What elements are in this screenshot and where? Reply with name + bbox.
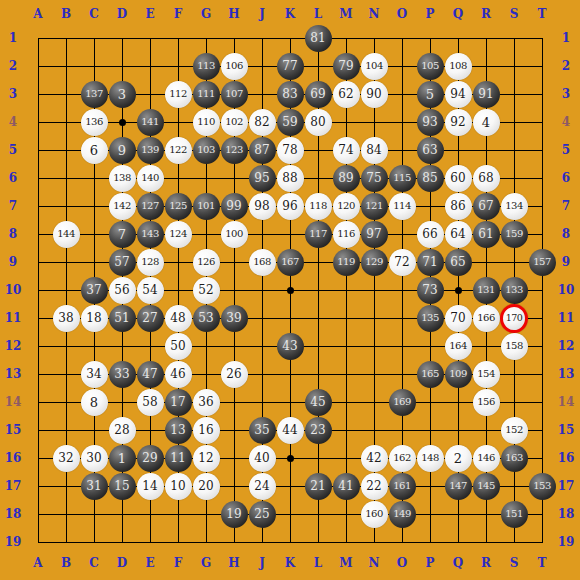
intersection-E5[interactable]: 139 xyxy=(136,136,164,164)
intersection-D10[interactable]: 56 xyxy=(108,276,136,304)
intersection-K9[interactable]: 167 xyxy=(276,248,304,276)
intersection-D16[interactable]: 1 xyxy=(108,444,136,472)
black-stone-H3[interactable]: 107 xyxy=(221,81,248,108)
white-stone-F5[interactable]: 122 xyxy=(165,137,192,164)
intersection-G15[interactable]: 16 xyxy=(192,416,220,444)
intersection-J15[interactable]: 35 xyxy=(248,416,276,444)
intersection-N8[interactable]: 97 xyxy=(360,220,388,248)
black-stone-P5[interactable]: 63 xyxy=(417,137,444,164)
intersection-K5[interactable]: 78 xyxy=(276,136,304,164)
intersection-E8[interactable]: 143 xyxy=(136,220,164,248)
white-stone-J9[interactable]: 168 xyxy=(249,249,276,276)
white-stone-N16[interactable]: 42 xyxy=(361,445,388,472)
black-stone-P2[interactable]: 105 xyxy=(417,53,444,80)
black-stone-D11[interactable]: 51 xyxy=(109,305,136,332)
intersection-J7[interactable]: 98 xyxy=(248,192,276,220)
intersection-O6[interactable]: 115 xyxy=(388,164,416,192)
white-stone-E9[interactable]: 128 xyxy=(137,249,164,276)
intersection-L17[interactable]: 21 xyxy=(304,472,332,500)
intersection-D6[interactable]: 138 xyxy=(108,164,136,192)
intersection-C3[interactable]: 137 xyxy=(80,80,108,108)
white-stone-S7[interactable]: 134 xyxy=(501,193,528,220)
white-stone-J7[interactable]: 98 xyxy=(249,193,276,220)
intersection-S18[interactable]: 151 xyxy=(500,500,528,528)
intersection-D9[interactable]: 57 xyxy=(108,248,136,276)
intersection-H3[interactable]: 107 xyxy=(220,80,248,108)
intersection-H5[interactable]: 123 xyxy=(220,136,248,164)
black-stone-P11[interactable]: 135 xyxy=(417,305,444,332)
intersection-E9[interactable]: 128 xyxy=(136,248,164,276)
intersection-G2[interactable]: 113 xyxy=(192,52,220,80)
intersection-Q3[interactable]: 94 xyxy=(444,80,472,108)
intersection-L3[interactable]: 69 xyxy=(304,80,332,108)
black-stone-G2[interactable]: 113 xyxy=(193,53,220,80)
white-stone-J17[interactable]: 24 xyxy=(249,473,276,500)
white-stone-C13[interactable]: 34 xyxy=(81,361,108,388)
intersection-Q6[interactable]: 60 xyxy=(444,164,472,192)
black-stone-K4[interactable]: 59 xyxy=(277,109,304,136)
intersection-C5[interactable]: 6 xyxy=(80,136,108,164)
intersection-Q2[interactable]: 108 xyxy=(444,52,472,80)
intersection-C11[interactable]: 18 xyxy=(80,304,108,332)
intersection-O14[interactable]: 169 xyxy=(388,388,416,416)
intersection-C14[interactable]: 8 xyxy=(80,388,108,416)
black-stone-F14[interactable]: 17 xyxy=(165,389,192,416)
white-stone-Q8[interactable]: 64 xyxy=(445,221,472,248)
intersection-S15[interactable]: 152 xyxy=(500,416,528,444)
white-stone-O9[interactable]: 72 xyxy=(389,249,416,276)
intersection-O7[interactable]: 114 xyxy=(388,192,416,220)
white-stone-K6[interactable]: 88 xyxy=(277,165,304,192)
intersection-P4[interactable]: 93 xyxy=(416,108,444,136)
intersection-N2[interactable]: 104 xyxy=(360,52,388,80)
intersection-G3[interactable]: 111 xyxy=(192,80,220,108)
intersection-F16[interactable]: 11 xyxy=(164,444,192,472)
white-stone-M8[interactable]: 116 xyxy=(333,221,360,248)
white-stone-L4[interactable]: 80 xyxy=(305,109,332,136)
black-stone-S8[interactable]: 159 xyxy=(501,221,528,248)
black-stone-C17[interactable]: 31 xyxy=(81,473,108,500)
black-stone-P13[interactable]: 165 xyxy=(417,361,444,388)
black-stone-D17[interactable]: 15 xyxy=(109,473,136,500)
black-stone-O14[interactable]: 169 xyxy=(389,389,416,416)
white-stone-S12[interactable]: 158 xyxy=(501,333,528,360)
white-stone-Q12[interactable]: 164 xyxy=(445,333,472,360)
white-stone-D15[interactable]: 28 xyxy=(109,417,136,444)
intersection-Q17[interactable]: 147 xyxy=(444,472,472,500)
black-stone-H18[interactable]: 19 xyxy=(221,501,248,528)
intersection-G5[interactable]: 103 xyxy=(192,136,220,164)
intersection-M3[interactable]: 62 xyxy=(332,80,360,108)
intersection-O18[interactable]: 149 xyxy=(388,500,416,528)
white-stone-Q16[interactable]: 2 xyxy=(445,445,472,472)
intersection-Q16[interactable]: 2 xyxy=(444,444,472,472)
white-stone-Q3[interactable]: 94 xyxy=(445,81,472,108)
white-stone-D7[interactable]: 142 xyxy=(109,193,136,220)
black-stone-P4[interactable]: 93 xyxy=(417,109,444,136)
intersection-K12[interactable]: 43 xyxy=(276,332,304,360)
black-stone-R8[interactable]: 61 xyxy=(473,221,500,248)
black-stone-M17[interactable]: 41 xyxy=(333,473,360,500)
white-stone-G4[interactable]: 110 xyxy=(193,109,220,136)
intersection-F7[interactable]: 125 xyxy=(164,192,192,220)
intersection-R10[interactable]: 131 xyxy=(472,276,500,304)
intersection-K4[interactable]: 59 xyxy=(276,108,304,136)
white-stone-H8[interactable]: 100 xyxy=(221,221,248,248)
intersection-B11[interactable]: 38 xyxy=(52,304,80,332)
black-stone-K12[interactable]: 43 xyxy=(277,333,304,360)
black-stone-N7[interactable]: 121 xyxy=(361,193,388,220)
intersection-N9[interactable]: 129 xyxy=(360,248,388,276)
intersection-M9[interactable]: 119 xyxy=(332,248,360,276)
black-stone-E13[interactable]: 47 xyxy=(137,361,164,388)
intersection-J6[interactable]: 95 xyxy=(248,164,276,192)
black-stone-J5[interactable]: 87 xyxy=(249,137,276,164)
white-stone-H4[interactable]: 102 xyxy=(221,109,248,136)
black-stone-E7[interactable]: 127 xyxy=(137,193,164,220)
black-stone-D5[interactable]: 9 xyxy=(109,137,136,164)
intersection-G11[interactable]: 53 xyxy=(192,304,220,332)
white-stone-H2[interactable]: 106 xyxy=(221,53,248,80)
white-stone-F11[interactable]: 48 xyxy=(165,305,192,332)
white-stone-G17[interactable]: 20 xyxy=(193,473,220,500)
intersection-J18[interactable]: 25 xyxy=(248,500,276,528)
intersection-N7[interactable]: 121 xyxy=(360,192,388,220)
intersection-E17[interactable]: 14 xyxy=(136,472,164,500)
intersection-Q8[interactable]: 64 xyxy=(444,220,472,248)
black-stone-G11[interactable]: 53 xyxy=(193,305,220,332)
black-stone-T9[interactable]: 157 xyxy=(529,249,556,276)
intersection-P5[interactable]: 63 xyxy=(416,136,444,164)
black-stone-R17[interactable]: 145 xyxy=(473,473,500,500)
white-stone-N2[interactable]: 104 xyxy=(361,53,388,80)
white-stone-O7[interactable]: 114 xyxy=(389,193,416,220)
intersection-K6[interactable]: 88 xyxy=(276,164,304,192)
black-stone-C10[interactable]: 37 xyxy=(81,277,108,304)
white-stone-J4[interactable]: 82 xyxy=(249,109,276,136)
intersection-H4[interactable]: 102 xyxy=(220,108,248,136)
intersection-F14[interactable]: 17 xyxy=(164,388,192,416)
intersection-C10[interactable]: 37 xyxy=(80,276,108,304)
intersection-R11[interactable]: 166 xyxy=(472,304,500,332)
white-stone-Q2[interactable]: 108 xyxy=(445,53,472,80)
intersection-R17[interactable]: 145 xyxy=(472,472,500,500)
intersection-D3[interactable]: 3 xyxy=(108,80,136,108)
black-stone-E11[interactable]: 27 xyxy=(137,305,164,332)
intersection-G9[interactable]: 126 xyxy=(192,248,220,276)
intersection-B16[interactable]: 32 xyxy=(52,444,80,472)
intersection-R13[interactable]: 154 xyxy=(472,360,500,388)
intersection-R8[interactable]: 61 xyxy=(472,220,500,248)
white-stone-M3[interactable]: 62 xyxy=(333,81,360,108)
intersection-H11[interactable]: 39 xyxy=(220,304,248,332)
white-stone-B8[interactable]: 144 xyxy=(53,221,80,248)
black-stone-D16[interactable]: 1 xyxy=(109,445,136,472)
intersection-M8[interactable]: 116 xyxy=(332,220,360,248)
white-stone-R16[interactable]: 146 xyxy=(473,445,500,472)
black-stone-L8[interactable]: 117 xyxy=(305,221,332,248)
black-stone-S16[interactable]: 163 xyxy=(501,445,528,472)
intersection-C13[interactable]: 34 xyxy=(80,360,108,388)
black-stone-C3[interactable]: 137 xyxy=(81,81,108,108)
intersection-M6[interactable]: 89 xyxy=(332,164,360,192)
intersection-F13[interactable]: 46 xyxy=(164,360,192,388)
white-stone-G15[interactable]: 16 xyxy=(193,417,220,444)
black-stone-D13[interactable]: 33 xyxy=(109,361,136,388)
white-stone-Q11[interactable]: 70 xyxy=(445,305,472,332)
white-stone-E14[interactable]: 58 xyxy=(137,389,164,416)
white-stone-M5[interactable]: 74 xyxy=(333,137,360,164)
intersection-H8[interactable]: 100 xyxy=(220,220,248,248)
white-stone-B16[interactable]: 32 xyxy=(53,445,80,472)
white-stone-R11[interactable]: 166 xyxy=(473,305,500,332)
black-stone-K9[interactable]: 167 xyxy=(277,249,304,276)
intersection-H13[interactable]: 26 xyxy=(220,360,248,388)
white-stone-F12[interactable]: 50 xyxy=(165,333,192,360)
black-stone-O18[interactable]: 149 xyxy=(389,501,416,528)
black-stone-R10[interactable]: 131 xyxy=(473,277,500,304)
go-board[interactable]: 8111310677791041051081373112111107836962… xyxy=(24,24,556,556)
intersection-R3[interactable]: 91 xyxy=(472,80,500,108)
intersection-L14[interactable]: 45 xyxy=(304,388,332,416)
black-stone-J15[interactable]: 35 xyxy=(249,417,276,444)
intersection-J16[interactable]: 40 xyxy=(248,444,276,472)
black-stone-D3[interactable]: 3 xyxy=(109,81,136,108)
black-stone-J6[interactable]: 95 xyxy=(249,165,276,192)
white-stone-M7[interactable]: 120 xyxy=(333,193,360,220)
intersection-P16[interactable]: 148 xyxy=(416,444,444,472)
intersection-S11[interactable]: 170 xyxy=(500,304,528,332)
white-stone-O16[interactable]: 162 xyxy=(389,445,416,472)
white-stone-D10[interactable]: 56 xyxy=(109,277,136,304)
intersection-R4[interactable]: 4 xyxy=(472,108,500,136)
intersection-Q7[interactable]: 86 xyxy=(444,192,472,220)
intersection-P13[interactable]: 165 xyxy=(416,360,444,388)
intersection-P3[interactable]: 5 xyxy=(416,80,444,108)
intersection-F17[interactable]: 10 xyxy=(164,472,192,500)
white-stone-R4[interactable]: 4 xyxy=(473,109,500,136)
intersection-P6[interactable]: 85 xyxy=(416,164,444,192)
white-stone-Q4[interactable]: 92 xyxy=(445,109,472,136)
intersection-Q9[interactable]: 65 xyxy=(444,248,472,276)
intersection-J9[interactable]: 168 xyxy=(248,248,276,276)
black-stone-N6[interactable]: 75 xyxy=(361,165,388,192)
white-stone-N5[interactable]: 84 xyxy=(361,137,388,164)
black-stone-F15[interactable]: 13 xyxy=(165,417,192,444)
white-stone-C4[interactable]: 136 xyxy=(81,109,108,136)
black-stone-H5[interactable]: 123 xyxy=(221,137,248,164)
black-stone-F16[interactable]: 11 xyxy=(165,445,192,472)
intersection-H7[interactable]: 99 xyxy=(220,192,248,220)
white-stone-B11[interactable]: 38 xyxy=(53,305,80,332)
intersection-E16[interactable]: 29 xyxy=(136,444,164,472)
black-stone-G5[interactable]: 103 xyxy=(193,137,220,164)
intersection-B8[interactable]: 144 xyxy=(52,220,80,248)
intersection-L4[interactable]: 80 xyxy=(304,108,332,136)
black-stone-S18[interactable]: 151 xyxy=(501,501,528,528)
intersection-R16[interactable]: 146 xyxy=(472,444,500,472)
intersection-G14[interactable]: 36 xyxy=(192,388,220,416)
black-stone-R7[interactable]: 67 xyxy=(473,193,500,220)
intersection-J4[interactable]: 82 xyxy=(248,108,276,136)
black-stone-L17[interactable]: 21 xyxy=(305,473,332,500)
white-stone-S15[interactable]: 152 xyxy=(501,417,528,444)
intersection-E11[interactable]: 27 xyxy=(136,304,164,332)
intersection-C16[interactable]: 30 xyxy=(80,444,108,472)
intersection-H2[interactable]: 106 xyxy=(220,52,248,80)
intersection-S10[interactable]: 133 xyxy=(500,276,528,304)
intersection-E4[interactable]: 141 xyxy=(136,108,164,136)
intersection-H18[interactable]: 19 xyxy=(220,500,248,528)
black-stone-H11[interactable]: 39 xyxy=(221,305,248,332)
black-stone-G7[interactable]: 101 xyxy=(193,193,220,220)
black-stone-M9[interactable]: 119 xyxy=(333,249,360,276)
intersection-Q13[interactable]: 109 xyxy=(444,360,472,388)
black-stone-P9[interactable]: 71 xyxy=(417,249,444,276)
black-stone-P6[interactable]: 85 xyxy=(417,165,444,192)
intersection-D13[interactable]: 33 xyxy=(108,360,136,388)
white-stone-F13[interactable]: 46 xyxy=(165,361,192,388)
white-stone-F3[interactable]: 112 xyxy=(165,81,192,108)
intersection-D17[interactable]: 15 xyxy=(108,472,136,500)
black-stone-P10[interactable]: 73 xyxy=(417,277,444,304)
intersection-G7[interactable]: 101 xyxy=(192,192,220,220)
white-stone-J16[interactable]: 40 xyxy=(249,445,276,472)
intersection-N18[interactable]: 160 xyxy=(360,500,388,528)
intersection-N17[interactable]: 22 xyxy=(360,472,388,500)
black-stone-L1[interactable]: 81 xyxy=(305,25,332,52)
white-stone-P8[interactable]: 66 xyxy=(417,221,444,248)
white-stone-C5[interactable]: 6 xyxy=(81,137,108,164)
intersection-S8[interactable]: 159 xyxy=(500,220,528,248)
intersection-D7[interactable]: 142 xyxy=(108,192,136,220)
white-stone-E10[interactable]: 54 xyxy=(137,277,164,304)
intersection-E7[interactable]: 127 xyxy=(136,192,164,220)
intersection-P11[interactable]: 135 xyxy=(416,304,444,332)
black-stone-N8[interactable]: 97 xyxy=(361,221,388,248)
intersection-S7[interactable]: 134 xyxy=(500,192,528,220)
black-stone-L3[interactable]: 69 xyxy=(305,81,332,108)
white-stone-R14[interactable]: 156 xyxy=(473,389,500,416)
intersection-K7[interactable]: 96 xyxy=(276,192,304,220)
white-stone-C14[interactable]: 8 xyxy=(81,389,108,416)
intersection-L1[interactable]: 81 xyxy=(304,24,332,52)
white-stone-E17[interactable]: 14 xyxy=(137,473,164,500)
black-stone-R3[interactable]: 91 xyxy=(473,81,500,108)
intersection-L7[interactable]: 118 xyxy=(304,192,332,220)
black-stone-H7[interactable]: 99 xyxy=(221,193,248,220)
intersection-R14[interactable]: 156 xyxy=(472,388,500,416)
intersection-L8[interactable]: 117 xyxy=(304,220,332,248)
intersection-D15[interactable]: 28 xyxy=(108,416,136,444)
white-stone-G16[interactable]: 12 xyxy=(193,445,220,472)
intersection-D8[interactable]: 7 xyxy=(108,220,136,248)
black-stone-O6[interactable]: 115 xyxy=(389,165,416,192)
intersection-C4[interactable]: 136 xyxy=(80,108,108,136)
white-stone-G9[interactable]: 126 xyxy=(193,249,220,276)
white-stone-Q6[interactable]: 60 xyxy=(445,165,472,192)
intersection-M17[interactable]: 41 xyxy=(332,472,360,500)
intersection-O9[interactable]: 72 xyxy=(388,248,416,276)
intersection-D11[interactable]: 51 xyxy=(108,304,136,332)
intersection-N3[interactable]: 90 xyxy=(360,80,388,108)
white-stone-F17[interactable]: 10 xyxy=(165,473,192,500)
intersection-J17[interactable]: 24 xyxy=(248,472,276,500)
intersection-S12[interactable]: 158 xyxy=(500,332,528,360)
black-stone-Q9[interactable]: 65 xyxy=(445,249,472,276)
white-stone-K7[interactable]: 96 xyxy=(277,193,304,220)
black-stone-T17[interactable]: 153 xyxy=(529,473,556,500)
black-stone-Q17[interactable]: 147 xyxy=(445,473,472,500)
white-stone-L7[interactable]: 118 xyxy=(305,193,332,220)
intersection-S16[interactable]: 163 xyxy=(500,444,528,472)
intersection-M2[interactable]: 79 xyxy=(332,52,360,80)
intersection-E14[interactable]: 58 xyxy=(136,388,164,416)
intersection-T9[interactable]: 157 xyxy=(528,248,556,276)
black-stone-K2[interactable]: 77 xyxy=(277,53,304,80)
black-stone-S10[interactable]: 133 xyxy=(501,277,528,304)
intersection-P2[interactable]: 105 xyxy=(416,52,444,80)
black-stone-Q13[interactable]: 109 xyxy=(445,361,472,388)
intersection-F5[interactable]: 122 xyxy=(164,136,192,164)
black-stone-N9[interactable]: 129 xyxy=(361,249,388,276)
intersection-F3[interactable]: 112 xyxy=(164,80,192,108)
white-stone-N18[interactable]: 160 xyxy=(361,501,388,528)
intersection-G16[interactable]: 12 xyxy=(192,444,220,472)
intersection-G17[interactable]: 20 xyxy=(192,472,220,500)
white-stone-S11-last-move[interactable]: 170 xyxy=(500,304,528,333)
intersection-F12[interactable]: 50 xyxy=(164,332,192,360)
intersection-Q4[interactable]: 92 xyxy=(444,108,472,136)
black-stone-M2[interactable]: 79 xyxy=(333,53,360,80)
white-stone-G10[interactable]: 52 xyxy=(193,277,220,304)
black-stone-L15[interactable]: 23 xyxy=(305,417,332,444)
white-stone-R6[interactable]: 68 xyxy=(473,165,500,192)
white-stone-H13[interactable]: 26 xyxy=(221,361,248,388)
intersection-M7[interactable]: 120 xyxy=(332,192,360,220)
white-stone-N17[interactable]: 22 xyxy=(361,473,388,500)
intersection-N6[interactable]: 75 xyxy=(360,164,388,192)
intersection-R7[interactable]: 67 xyxy=(472,192,500,220)
white-stone-C16[interactable]: 30 xyxy=(81,445,108,472)
black-stone-F7[interactable]: 125 xyxy=(165,193,192,220)
white-stone-F8[interactable]: 124 xyxy=(165,221,192,248)
intersection-L15[interactable]: 23 xyxy=(304,416,332,444)
intersection-K3[interactable]: 83 xyxy=(276,80,304,108)
white-stone-G14[interactable]: 36 xyxy=(193,389,220,416)
intersection-C17[interactable]: 31 xyxy=(80,472,108,500)
black-stone-J18[interactable]: 25 xyxy=(249,501,276,528)
intersection-E10[interactable]: 54 xyxy=(136,276,164,304)
white-stone-P16[interactable]: 148 xyxy=(417,445,444,472)
black-stone-E16[interactable]: 29 xyxy=(137,445,164,472)
white-stone-R13[interactable]: 154 xyxy=(473,361,500,388)
intersection-O17[interactable]: 161 xyxy=(388,472,416,500)
intersection-N16[interactable]: 42 xyxy=(360,444,388,472)
white-stone-Q7[interactable]: 86 xyxy=(445,193,472,220)
intersection-F8[interactable]: 124 xyxy=(164,220,192,248)
intersection-T17[interactable]: 153 xyxy=(528,472,556,500)
intersection-F15[interactable]: 13 xyxy=(164,416,192,444)
white-stone-D6[interactable]: 138 xyxy=(109,165,136,192)
intersection-R6[interactable]: 68 xyxy=(472,164,500,192)
intersection-P9[interactable]: 71 xyxy=(416,248,444,276)
intersection-O16[interactable]: 162 xyxy=(388,444,416,472)
intersection-F11[interactable]: 48 xyxy=(164,304,192,332)
white-stone-K5[interactable]: 78 xyxy=(277,137,304,164)
black-stone-E5[interactable]: 139 xyxy=(137,137,164,164)
white-stone-K15[interactable]: 44 xyxy=(277,417,304,444)
